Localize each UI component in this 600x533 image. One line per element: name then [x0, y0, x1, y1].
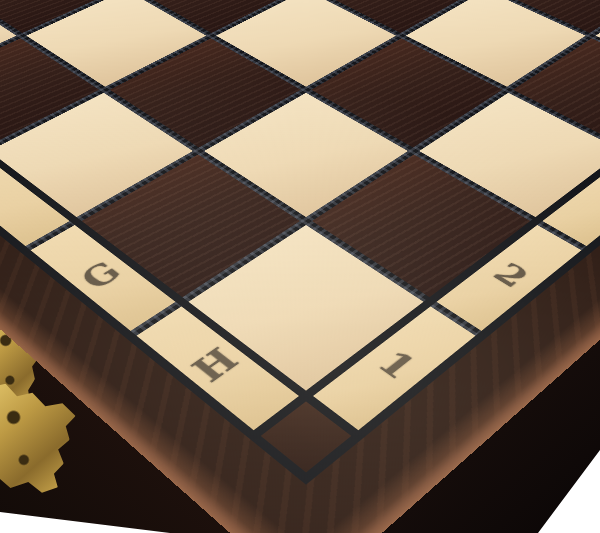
board-scene: GH 21 [0, 0, 600, 533]
lighting-sheen [0, 0, 600, 533]
board-photo: GH 21 [0, 0, 600, 533]
chess-board: GH 21 [0, 0, 600, 533]
